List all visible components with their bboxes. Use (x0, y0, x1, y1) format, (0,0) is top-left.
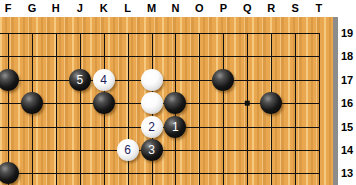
column-label-M: M (147, 1, 156, 15)
row-label-17: 17 (338, 73, 356, 87)
column-label-T: T (316, 1, 323, 15)
move-number-label: 2 (148, 121, 155, 133)
column-label-K: K (100, 1, 108, 15)
go-diagram: FGHJKLMNOPQRST 542163 19181716151413 (0, 0, 356, 185)
black-stone-J17: 5 (69, 69, 91, 91)
row-label-14: 14 (338, 143, 356, 157)
black-stone-M14: 3 (141, 139, 163, 161)
column-label-G: G (28, 1, 37, 15)
move-number-label: 6 (124, 144, 131, 156)
row-label-16: 16 (338, 96, 356, 110)
move-number-label: 3 (148, 144, 155, 156)
column-label-O: O (195, 1, 204, 15)
white-stone-M17 (141, 69, 163, 91)
column-label-N: N (171, 1, 179, 15)
go-board[interactable]: 542163 (0, 17, 333, 185)
white-stone-L14: 6 (117, 139, 139, 161)
column-label-S: S (291, 1, 298, 15)
white-stone-K17: 4 (93, 69, 115, 91)
column-labels: FGHJKLMNOPQRST (0, 0, 356, 17)
black-stone-P17 (212, 69, 234, 91)
white-stone-M16 (141, 92, 163, 114)
row-label-13: 13 (338, 166, 356, 180)
row-labels: 19181716151413 (338, 17, 356, 185)
star-point-Q16 (245, 101, 250, 106)
row-label-18: 18 (338, 49, 356, 63)
column-label-Q: Q (243, 1, 252, 15)
row-label-15: 15 (338, 120, 356, 134)
white-stone-M15: 2 (141, 116, 163, 138)
column-label-R: R (267, 1, 275, 15)
column-label-J: J (77, 1, 83, 15)
column-label-L: L (124, 1, 131, 15)
row-label-19: 19 (338, 26, 356, 40)
column-label-P: P (220, 1, 227, 15)
move-number-label: 5 (76, 74, 83, 86)
black-stone-K16 (93, 92, 115, 114)
black-stone-G16 (21, 92, 43, 114)
move-number-label: 1 (172, 121, 179, 133)
column-label-F: F (5, 1, 12, 15)
move-number-label: 4 (100, 74, 107, 86)
black-stone-N15: 1 (164, 116, 186, 138)
column-label-H: H (52, 1, 60, 15)
